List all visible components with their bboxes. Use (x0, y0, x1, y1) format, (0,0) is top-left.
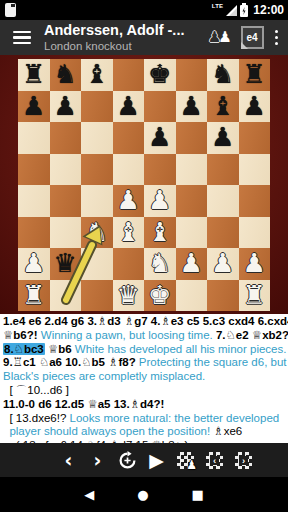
autoplay-button[interactable]: ▶ (148, 448, 166, 472)
square-h5[interactable] (239, 154, 271, 186)
comment-text[interactable]: Protecting the square d6, but (139, 356, 287, 368)
square-g4[interactable] (207, 185, 239, 217)
move-text[interactable]: [ ⌒10...d6 ] (3, 384, 69, 396)
status-bar: LTE 12:00 (0, 0, 288, 20)
signal-icon (226, 5, 237, 16)
square-c5[interactable] (81, 154, 113, 186)
black-rook-piece: ♜ (239, 59, 271, 91)
square-g2[interactable]: ♟ (207, 248, 239, 280)
flip-board-icon (118, 451, 137, 470)
square-a5[interactable] (18, 154, 50, 186)
square-d2[interactable] (113, 248, 145, 280)
comment-text[interactable]: Black's pieces are completly misplaced. (3, 370, 205, 382)
notation-line[interactable]: player should always open the position! … (3, 425, 288, 439)
board-setup-button[interactable]: ♟ (177, 448, 195, 472)
square-d1[interactable]: ♛ (113, 280, 145, 312)
square-c3[interactable]: ♞ (81, 217, 113, 249)
black-pawn-piece: ♟ (144, 122, 176, 154)
status-icons: LTE 12:00 (212, 0, 284, 20)
square-b5[interactable] (50, 154, 82, 186)
page-title: Anderssen, Adolf -... (44, 23, 208, 38)
black-king-piece: ♚ (144, 59, 176, 91)
white-pawn-piece: ♟ (18, 248, 50, 280)
square-h2[interactable]: ♟ (239, 248, 271, 280)
square-b2[interactable]: ♛ (50, 248, 82, 280)
move-text[interactable]: ♗xe6 (213, 425, 242, 437)
square-h7[interactable]: ♟ (239, 91, 271, 123)
previous-move-button[interactable]: ‹ (60, 448, 78, 472)
notation-line[interactable]: 1.e4 e6 2.d4 g6 3.♗d3 ♗g7 4.♗e3 c5 5.c3 … (3, 315, 288, 329)
square-c4[interactable] (81, 185, 113, 217)
square-c8[interactable]: ♝ (81, 59, 113, 91)
white-pawn-piece: ♟ (144, 185, 176, 217)
page-subtitle: London knockout (44, 40, 208, 52)
previous-move-icon: ‹ (65, 450, 73, 470)
white-pawn-piece: ♟ (176, 248, 208, 280)
overflow-menu-icon[interactable] (273, 28, 280, 47)
notation-view-icon[interactable]: e4 (241, 26, 264, 49)
notation-line[interactable]: [ ⌒10...d6 ] (3, 384, 288, 398)
move-text[interactable]: ♕b6?! (3, 329, 41, 341)
next-move-icon: › (94, 450, 102, 470)
square-g5[interactable] (207, 154, 239, 186)
notation-line[interactable]: 8.♘bc3 ♕b6 White has developed all his m… (3, 343, 288, 357)
board-frame: ♜♞♝♚♞♜♟♟♟♟♝♟♟♟♟♟♞♝♝♟♛♞♟♟♟♜♛♚♜ (0, 55, 288, 314)
square-f6[interactable] (176, 122, 208, 154)
square-d6[interactable] (113, 122, 145, 154)
black-knight-piece: ♞ (50, 59, 82, 91)
flip-board-button[interactable] (118, 448, 137, 472)
comment-text[interactable]: Looks more natural: the better developed (70, 412, 280, 424)
square-h1[interactable]: ♜ (239, 280, 271, 312)
comment-text[interactable]: Winning a pawn, but loosing time. (41, 329, 216, 341)
square-a4[interactable] (18, 185, 50, 217)
white-rook-piece: ♜ (18, 280, 50, 312)
square-h3[interactable] (239, 217, 271, 249)
previous-game-icon: ‹ (206, 452, 223, 469)
square-b8[interactable]: ♞ (50, 59, 82, 91)
square-c7[interactable] (81, 91, 113, 123)
black-pawn-piece: ♟ (50, 91, 82, 123)
square-e6[interactable]: ♟ (144, 122, 176, 154)
notation-line[interactable]: ♕b6?! Winning a pawn, but loosing time. … (3, 329, 288, 343)
white-king-piece: ♚ (144, 280, 176, 312)
square-g1[interactable] (207, 280, 239, 312)
black-queen-piece: ♛ (50, 248, 82, 280)
square-b1[interactable] (50, 280, 82, 312)
chess-app-screen: LTE 12:00 Anderssen, Adolf -... London k… (0, 0, 288, 512)
white-knight-piece: ♞ (144, 248, 176, 280)
square-b6[interactable] (50, 122, 82, 154)
square-e7[interactable] (144, 91, 176, 123)
white-bishop-piece: ♝ (144, 217, 176, 249)
notification-icon (5, 3, 16, 17)
square-b3[interactable] (50, 217, 82, 249)
move-text[interactable]: 11.0-0 d6 12.d5 ♕a5 13.♗d4?! (3, 398, 164, 410)
move-notation-panel[interactable]: 1.e4 e6 2.d4 g6 3.♗d3 ♗g7 4.♗e3 c5 5.c3 … (0, 314, 288, 443)
comment-text[interactable]: player should always open the position! (3, 425, 213, 437)
square-f3[interactable] (176, 217, 208, 249)
previous-game-overlay-glyph: ‹ (210, 456, 219, 465)
recents-nav-button[interactable]: ■ (192, 487, 204, 502)
battery-charging-icon (240, 3, 248, 17)
autoplay-icon: ▶ (149, 450, 164, 470)
home-nav-button[interactable]: ● (137, 487, 148, 502)
square-d3[interactable]: ♝ (113, 217, 145, 249)
black-pawn-piece: ♟ (18, 91, 50, 123)
move-text[interactable]: ♕b6 (45, 343, 75, 355)
board-setup-icon: ♟ (177, 452, 194, 469)
move-text[interactable]: 1.e4 e6 2.d4 g6 3.♗d3 ♗g7 4.♗e3 c5 5.c3 … (3, 315, 288, 327)
white-knight-piece: ♞ (81, 217, 113, 249)
square-c1[interactable] (81, 280, 113, 312)
black-pawn-piece: ♟ (113, 91, 145, 123)
black-bishop-piece: ♝ (81, 59, 113, 91)
square-e5[interactable] (144, 154, 176, 186)
white-bishop-piece: ♝ (113, 217, 145, 249)
menu-icon[interactable] (13, 31, 31, 44)
replay-toolbar: ‹›▶♟‹› (0, 443, 288, 477)
android-nav-bar: ◀●■ (0, 477, 288, 512)
black-pawn-piece: ♟ (207, 122, 239, 154)
square-d5[interactable] (113, 154, 145, 186)
chess-board[interactable]: ♜♞♝♚♞♜♟♟♟♟♝♟♟♟♟♟♞♝♝♟♛♞♟♟♟♜♛♚♜ (18, 59, 270, 311)
white-queen-piece: ♛ (113, 280, 145, 312)
square-d8[interactable] (113, 59, 145, 91)
square-a3[interactable] (18, 217, 50, 249)
square-e4[interactable]: ♟ (144, 185, 176, 217)
square-e8[interactable]: ♚ (144, 59, 176, 91)
e4-badge-label: e4 (247, 32, 258, 43)
back-nav-button[interactable]: ◀ (84, 487, 94, 502)
next-move-button[interactable]: › (89, 448, 107, 472)
next-game-overlay-glyph: › (239, 456, 248, 465)
players-pieces-icon[interactable]: ♟♟ (208, 30, 232, 45)
square-h8[interactable]: ♜ (239, 59, 271, 91)
network-type-label: LTE (212, 3, 224, 9)
square-f8[interactable] (176, 59, 208, 91)
current-move[interactable]: 8.♘bc3 (3, 343, 45, 355)
notation-line[interactable]: Black's pieces are completly misplaced. (3, 370, 288, 384)
square-f5[interactable] (176, 154, 208, 186)
black-knight-piece: ♞ (207, 59, 239, 91)
next-game-icon: › (235, 452, 252, 469)
square-f7[interactable]: ♟ (176, 91, 208, 123)
previous-game-button[interactable]: ‹ (206, 448, 224, 472)
square-a8[interactable]: ♜ (18, 59, 50, 91)
black-pawn-piece: ♟ (239, 91, 271, 123)
notation-line[interactable]: 11.0-0 d6 12.d5 ♕a5 13.♗d4?! (3, 398, 288, 412)
board-setup-overlay-glyph: ♟ (186, 458, 197, 472)
black-pawn-piece: ♟ (176, 91, 208, 123)
square-f2[interactable]: ♟ (176, 248, 208, 280)
square-g7[interactable]: ♝ (207, 91, 239, 123)
black-rook-piece: ♜ (18, 59, 50, 91)
white-pawn-piece: ♟ (239, 248, 271, 280)
square-b7[interactable]: ♟ (50, 91, 82, 123)
next-game-button[interactable]: › (235, 448, 253, 472)
white-pawn-piece: ♟ (113, 185, 145, 217)
square-a2[interactable]: ♟ (18, 248, 50, 280)
comment-text[interactable]: White has developed all his minor pieces… (75, 343, 287, 355)
square-d4[interactable]: ♟ (113, 185, 145, 217)
notation-line[interactable]: 9.♖c1 ♘a6 10.♘b5 ♗f8? Protecting the squ… (3, 356, 288, 370)
title-block: Anderssen, Adolf -... London knockout (44, 23, 208, 52)
square-e1[interactable]: ♚ (144, 280, 176, 312)
square-g8[interactable]: ♞ (207, 59, 239, 91)
square-e2[interactable]: ♞ (144, 248, 176, 280)
white-rook-piece: ♜ (239, 280, 271, 312)
move-text[interactable]: 9.♖c1 ♘a6 10.♘b5 ♗f8? (3, 356, 139, 368)
black-bishop-piece: ♝ (207, 91, 239, 123)
square-a6[interactable] (18, 122, 50, 154)
square-c2[interactable] (81, 248, 113, 280)
app-bar: Anderssen, Adolf -... London knockout ♟♟… (0, 20, 288, 55)
square-d7[interactable]: ♟ (113, 91, 145, 123)
square-f1[interactable] (176, 280, 208, 312)
square-c6[interactable] (81, 122, 113, 154)
square-g6[interactable]: ♟ (207, 122, 239, 154)
square-f4[interactable] (176, 185, 208, 217)
square-a7[interactable]: ♟ (18, 91, 50, 123)
move-text[interactable]: 7.♘e2 ♕xb2?! (216, 329, 288, 341)
square-a1[interactable]: ♜ (18, 280, 50, 312)
square-h4[interactable] (239, 185, 271, 217)
move-text[interactable]: [ 13.dxe6!? (3, 412, 70, 424)
square-g3[interactable] (207, 217, 239, 249)
square-h6[interactable] (239, 122, 271, 154)
square-e3[interactable]: ♝ (144, 217, 176, 249)
notation-line[interactable]: [ 13.dxe6!? Looks more natural: the bett… (3, 412, 288, 426)
white-pawn-piece: ♟ (207, 248, 239, 280)
clock: 12:00 (253, 3, 284, 17)
square-b4[interactable] (50, 185, 82, 217)
